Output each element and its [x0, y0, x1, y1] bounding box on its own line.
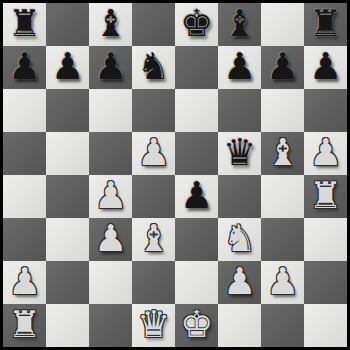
- piece-black-bishop[interactable]: ♝: [223, 3, 256, 45]
- square-a1[interactable]: ♜: [3, 304, 46, 347]
- square-d8[interactable]: [132, 3, 175, 46]
- square-f1[interactable]: [218, 304, 261, 347]
- square-a3[interactable]: [3, 218, 46, 261]
- piece-black-pawn[interactable]: ♟: [94, 46, 127, 88]
- piece-white-knight[interactable]: ♞: [223, 218, 256, 260]
- square-a4[interactable]: [3, 175, 46, 218]
- square-f2[interactable]: ♟: [218, 261, 261, 304]
- square-h3[interactable]: [304, 218, 347, 261]
- square-d6[interactable]: [132, 89, 175, 132]
- piece-black-rook[interactable]: ♜: [8, 3, 41, 45]
- square-h1[interactable]: [304, 304, 347, 347]
- square-f8[interactable]: ♝: [218, 3, 261, 46]
- square-g5[interactable]: ♝: [261, 132, 304, 175]
- square-g6[interactable]: [261, 89, 304, 132]
- square-a6[interactable]: [3, 89, 46, 132]
- square-e7[interactable]: [175, 46, 218, 89]
- square-g8[interactable]: [261, 3, 304, 46]
- piece-white-rook[interactable]: ♜: [8, 304, 41, 346]
- square-g4[interactable]: [261, 175, 304, 218]
- square-d3[interactable]: ♝: [132, 218, 175, 261]
- square-c5[interactable]: [89, 132, 132, 175]
- square-h6[interactable]: [304, 89, 347, 132]
- piece-black-bishop[interactable]: ♝: [94, 3, 127, 45]
- square-h7[interactable]: ♟: [304, 46, 347, 89]
- piece-black-pawn[interactable]: ♟: [266, 46, 299, 88]
- square-d1[interactable]: ♛: [132, 304, 175, 347]
- piece-white-pawn[interactable]: ♟: [94, 218, 127, 260]
- square-b8[interactable]: [46, 3, 89, 46]
- square-a7[interactable]: ♟: [3, 46, 46, 89]
- square-c8[interactable]: ♝: [89, 3, 132, 46]
- chess-board: ♜♝♚♝♜♟♟♟♞♟♟♟♟♛♝♟♟♟♜♟♝♞♟♟♟♜♛♚: [3, 3, 347, 347]
- piece-white-bishop[interactable]: ♝: [266, 132, 299, 174]
- square-h8[interactable]: ♜: [304, 3, 347, 46]
- piece-black-pawn[interactable]: ♟: [51, 46, 84, 88]
- square-e1[interactable]: ♚: [175, 304, 218, 347]
- piece-black-pawn[interactable]: ♟: [8, 46, 41, 88]
- square-b6[interactable]: [46, 89, 89, 132]
- square-f7[interactable]: ♟: [218, 46, 261, 89]
- piece-black-pawn[interactable]: ♟: [223, 46, 256, 88]
- square-f5[interactable]: ♛: [218, 132, 261, 175]
- piece-white-bishop[interactable]: ♝: [137, 218, 170, 260]
- square-h2[interactable]: [304, 261, 347, 304]
- piece-white-pawn[interactable]: ♟: [266, 261, 299, 303]
- square-d7[interactable]: ♞: [132, 46, 175, 89]
- piece-white-pawn[interactable]: ♟: [309, 132, 342, 174]
- square-c7[interactable]: ♟: [89, 46, 132, 89]
- square-e5[interactable]: [175, 132, 218, 175]
- square-g2[interactable]: ♟: [261, 261, 304, 304]
- square-d5[interactable]: ♟: [132, 132, 175, 175]
- piece-white-pawn[interactable]: ♟: [223, 261, 256, 303]
- square-f4[interactable]: [218, 175, 261, 218]
- piece-white-pawn[interactable]: ♟: [8, 261, 41, 303]
- square-b7[interactable]: ♟: [46, 46, 89, 89]
- square-e8[interactable]: ♚: [175, 3, 218, 46]
- square-b1[interactable]: [46, 304, 89, 347]
- square-d4[interactable]: [132, 175, 175, 218]
- piece-white-pawn[interactable]: ♟: [137, 132, 170, 174]
- square-h4[interactable]: ♜: [304, 175, 347, 218]
- square-d2[interactable]: [132, 261, 175, 304]
- piece-black-knight[interactable]: ♞: [137, 46, 170, 88]
- square-b2[interactable]: [46, 261, 89, 304]
- square-e4[interactable]: ♟: [175, 175, 218, 218]
- piece-black-rook[interactable]: ♜: [309, 3, 342, 45]
- piece-black-queen[interactable]: ♛: [223, 132, 256, 174]
- square-f6[interactable]: [218, 89, 261, 132]
- piece-white-queen[interactable]: ♛: [137, 304, 170, 346]
- piece-white-king[interactable]: ♚: [180, 304, 213, 346]
- piece-black-king[interactable]: ♚: [180, 3, 213, 45]
- piece-black-pawn[interactable]: ♟: [309, 46, 342, 88]
- piece-white-rook[interactable]: ♜: [309, 175, 342, 217]
- square-b4[interactable]: [46, 175, 89, 218]
- square-c4[interactable]: ♟: [89, 175, 132, 218]
- square-c3[interactable]: ♟: [89, 218, 132, 261]
- piece-white-pawn[interactable]: ♟: [94, 175, 127, 217]
- square-a5[interactable]: [3, 132, 46, 175]
- square-e6[interactable]: [175, 89, 218, 132]
- square-c1[interactable]: [89, 304, 132, 347]
- square-c2[interactable]: [89, 261, 132, 304]
- square-a8[interactable]: ♜: [3, 3, 46, 46]
- square-g1[interactable]: [261, 304, 304, 347]
- square-g3[interactable]: [261, 218, 304, 261]
- square-g7[interactable]: ♟: [261, 46, 304, 89]
- square-b5[interactable]: [46, 132, 89, 175]
- square-f3[interactable]: ♞: [218, 218, 261, 261]
- square-c6[interactable]: [89, 89, 132, 132]
- square-a2[interactable]: ♟: [3, 261, 46, 304]
- chess-board-frame: ♜♝♚♝♜♟♟♟♞♟♟♟♟♛♝♟♟♟♜♟♝♞♟♟♟♜♛♚: [0, 0, 350, 350]
- piece-black-pawn[interactable]: ♟: [180, 175, 213, 217]
- square-e2[interactable]: [175, 261, 218, 304]
- square-h5[interactable]: ♟: [304, 132, 347, 175]
- square-b3[interactable]: [46, 218, 89, 261]
- square-e3[interactable]: [175, 218, 218, 261]
